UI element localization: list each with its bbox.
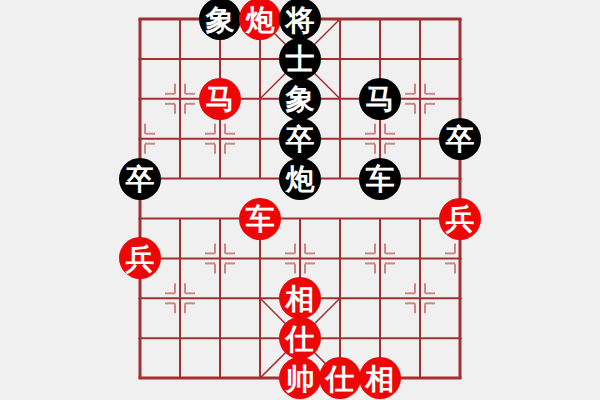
black-elephant-glyph: 象 bbox=[206, 6, 235, 35]
red-horse-glyph: 马 bbox=[206, 85, 235, 114]
red-chariot[interactable]: 车 bbox=[239, 198, 281, 240]
xiangqi-board: 象炮将士马象马卒卒卒炮车车兵兵相仕帅仕相 bbox=[0, 0, 600, 400]
black-elephant[interactable]: 象 bbox=[199, 0, 241, 40]
black-cannon-glyph: 炮 bbox=[286, 165, 315, 194]
black-elephant-glyph: 象 bbox=[286, 85, 315, 114]
black-soldier-glyph: 卒 bbox=[446, 125, 475, 154]
red-advisor[interactable]: 仕 bbox=[319, 357, 361, 399]
pieces-layer: 象炮将士马象马卒卒卒炮车车兵兵相仕帅仕相 bbox=[0, 0, 600, 400]
black-horse-glyph: 马 bbox=[366, 85, 395, 114]
red-general[interactable]: 帅 bbox=[279, 357, 321, 399]
red-soldier[interactable]: 兵 bbox=[119, 237, 161, 279]
black-advisor[interactable]: 士 bbox=[279, 38, 321, 80]
red-soldier-glyph: 兵 bbox=[446, 205, 475, 234]
red-advisor[interactable]: 仕 bbox=[279, 317, 321, 359]
red-elephant-glyph: 相 bbox=[286, 285, 315, 314]
black-advisor-glyph: 士 bbox=[286, 45, 315, 74]
red-advisor-glyph: 仕 bbox=[286, 325, 315, 354]
red-horse[interactable]: 马 bbox=[199, 78, 241, 120]
black-soldier-glyph: 卒 bbox=[126, 165, 155, 194]
red-chariot-glyph: 车 bbox=[246, 205, 275, 234]
black-soldier-glyph: 卒 bbox=[286, 125, 315, 154]
black-cannon[interactable]: 炮 bbox=[279, 158, 321, 200]
black-elephant[interactable]: 象 bbox=[279, 78, 321, 120]
red-soldier-glyph: 兵 bbox=[126, 245, 155, 274]
red-general-glyph: 帅 bbox=[286, 365, 315, 394]
red-elephant-glyph: 相 bbox=[366, 365, 395, 394]
red-elephant[interactable]: 相 bbox=[359, 357, 401, 399]
red-soldier[interactable]: 兵 bbox=[439, 198, 481, 240]
red-cannon[interactable]: 炮 bbox=[239, 0, 281, 40]
black-chariot[interactable]: 车 bbox=[359, 158, 401, 200]
black-soldier[interactable]: 卒 bbox=[439, 118, 481, 160]
red-elephant[interactable]: 相 bbox=[279, 277, 321, 319]
black-soldier[interactable]: 卒 bbox=[119, 158, 161, 200]
black-horse[interactable]: 马 bbox=[359, 78, 401, 120]
black-general-glyph: 将 bbox=[286, 6, 315, 35]
black-chariot-glyph: 车 bbox=[366, 165, 395, 194]
black-soldier[interactable]: 卒 bbox=[279, 118, 321, 160]
red-advisor-glyph: 仕 bbox=[326, 365, 355, 394]
screen: 象炮将士马象马卒卒卒炮车车兵兵相仕帅仕相 bbox=[0, 0, 600, 400]
black-general[interactable]: 将 bbox=[279, 0, 321, 40]
red-cannon-glyph: 炮 bbox=[246, 6, 275, 35]
